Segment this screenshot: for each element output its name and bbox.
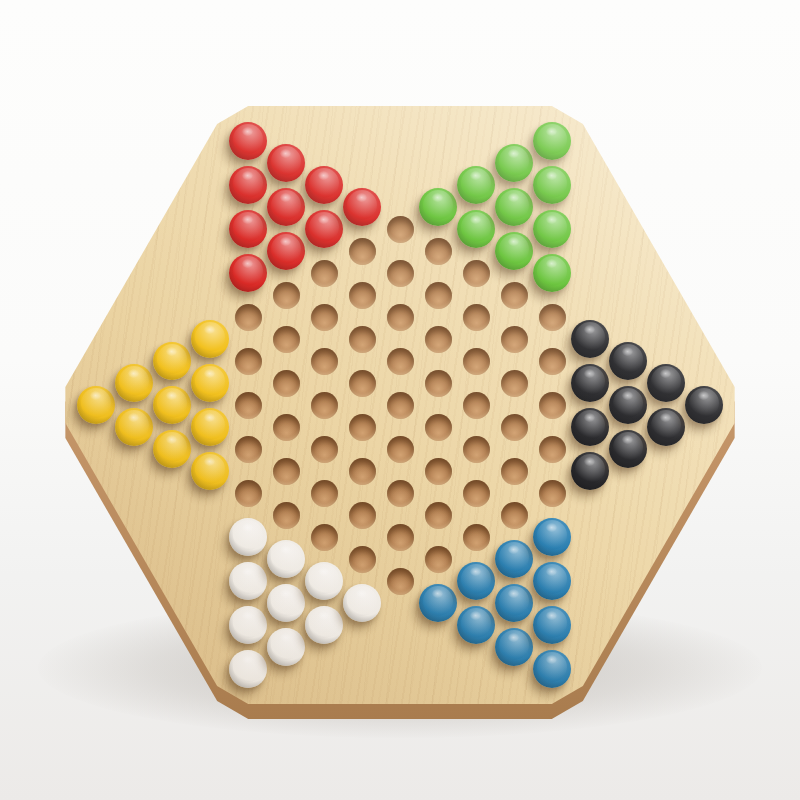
peg-blue[interactable] [495,584,533,622]
peg-head [575,366,605,396]
peg-yellow[interactable] [191,452,229,490]
board-hole-c4-r5[interactable] [235,348,262,375]
peg-head [233,652,263,682]
peg-green[interactable] [495,232,533,270]
peg-red[interactable] [267,188,305,226]
peg-head [195,454,225,484]
board-hole-c5-r6[interactable] [273,414,300,441]
peg-head [461,564,491,594]
peg-head [423,586,453,616]
peg-white[interactable] [305,606,343,644]
board-hole-c12-r5[interactable] [539,348,566,375]
peg-head [499,630,529,660]
board-hole-c8-r5[interactable] [387,436,414,463]
peg-black[interactable] [571,408,609,446]
peg-head [537,652,567,682]
board-hole-c6-r3[interactable] [311,304,338,331]
peg-black[interactable] [571,452,609,490]
board-hole-c7-r4[interactable] [349,370,376,397]
board-hole-c11-r5[interactable] [501,370,528,397]
peg-head [309,168,339,198]
board-hole-c12-r8[interactable] [539,480,566,507]
peg-head [613,388,643,418]
peg-green[interactable] [457,210,495,248]
peg-head [233,608,263,638]
board-hole-c9-r5[interactable] [425,414,452,441]
peg-head [271,234,301,264]
peg-head [271,146,301,176]
peg-black[interactable] [685,386,723,424]
peg-head [651,410,681,440]
peg-head [309,608,339,638]
peg-green[interactable] [419,188,457,226]
board-hole-c12-r7[interactable] [539,436,566,463]
peg-red[interactable] [343,188,381,226]
peg-head [499,542,529,572]
board-hole-c10-r5[interactable] [463,392,490,419]
peg-red[interactable] [229,254,267,292]
board-hole-c9-r1[interactable] [425,238,452,265]
peg-head [233,212,263,242]
peg-black[interactable] [571,320,609,358]
board-hole-c5-r5[interactable] [273,370,300,397]
peg-red[interactable] [229,122,267,160]
peg-head [119,410,149,440]
peg-blue[interactable] [419,584,457,622]
peg-head [271,190,301,220]
board-hole-c4-r4[interactable] [235,304,262,331]
board-hole-c8-r6[interactable] [387,480,414,507]
peg-black[interactable] [647,408,685,446]
board-hole-c4-r8[interactable] [235,480,262,507]
board-hole-c7-r7[interactable] [349,502,376,529]
board-hole-c12-r4[interactable] [539,304,566,331]
peg-white[interactable] [267,628,305,666]
peg-head [347,190,377,220]
peg-head [537,256,567,286]
peg-yellow[interactable] [153,342,191,380]
peg-head [575,322,605,352]
board-hole-c8-r4[interactable] [387,392,414,419]
board-hole-c9-r7[interactable] [425,502,452,529]
peg-head [499,146,529,176]
board-hole-c5-r8[interactable] [273,502,300,529]
board-hole-c10-r3[interactable] [463,304,490,331]
board-hole-c9-r8[interactable] [425,546,452,573]
peg-head [233,168,263,198]
peg-head [499,190,529,220]
board-hole-c8-r3[interactable] [387,348,414,375]
peg-yellow[interactable] [115,364,153,402]
peg-head [157,432,187,462]
board-hole-c5-r3[interactable] [273,282,300,309]
board-hole-c8-r8[interactable] [387,568,414,595]
board-hole-c7-r3[interactable] [349,326,376,353]
peg-head [423,190,453,220]
peg-red[interactable] [229,166,267,204]
peg-green[interactable] [495,144,533,182]
peg-blue[interactable] [533,606,571,644]
peg-head [233,520,263,550]
peg-head [195,410,225,440]
peg-head [499,234,529,264]
board-hole-c10-r6[interactable] [463,436,490,463]
peg-head [347,586,377,616]
board-hole-c4-r7[interactable] [235,436,262,463]
board-hole-c9-r4[interactable] [425,370,452,397]
peg-red[interactable] [267,232,305,270]
board-hole-c11-r7[interactable] [501,458,528,485]
board-hole-c10-r2[interactable] [463,260,490,287]
peg-red[interactable] [305,210,343,248]
peg-head [537,168,567,198]
peg-white[interactable] [229,606,267,644]
peg-head [537,564,567,594]
peg-black[interactable] [609,386,647,424]
peg-black[interactable] [609,342,647,380]
peg-black[interactable] [571,364,609,402]
board-hole-c6-r4[interactable] [311,348,338,375]
peg-green[interactable] [457,166,495,204]
peg-white[interactable] [229,518,267,556]
peg-head [195,322,225,352]
board-hole-c8-r1[interactable] [387,260,414,287]
peg-white[interactable] [267,540,305,578]
peg-green[interactable] [533,122,571,160]
board-hole-c4-r6[interactable] [235,392,262,419]
peg-head [689,388,719,418]
peg-head [81,388,111,418]
peg-head [575,454,605,484]
board-hole-c12-r6[interactable] [539,392,566,419]
board-hole-c8-r7[interactable] [387,524,414,551]
peg-white[interactable] [343,584,381,622]
scene [0,0,800,800]
peg-yellow[interactable] [153,386,191,424]
peg-yellow[interactable] [153,430,191,468]
board-hole-c7-r2[interactable] [349,282,376,309]
peg-blue[interactable] [533,650,571,688]
board-hole-c6-r2[interactable] [311,260,338,287]
peg-head [233,256,263,286]
peg-blue[interactable] [495,628,533,666]
peg-head [157,344,187,374]
board-hole-c7-r8[interactable] [349,546,376,573]
peg-head [613,344,643,374]
peg-head [537,124,567,154]
board-hole-c9-r2[interactable] [425,282,452,309]
peg-green[interactable] [533,210,571,248]
board-hole-c11-r8[interactable] [501,502,528,529]
board-hole-c11-r6[interactable] [501,414,528,441]
peg-yellow[interactable] [77,386,115,424]
peg-blue[interactable] [495,540,533,578]
peg-yellow[interactable] [115,408,153,446]
peg-head [195,366,225,396]
peg-head [537,212,567,242]
board-hole-c10-r8[interactable] [463,524,490,551]
peg-red[interactable] [305,166,343,204]
peg-white[interactable] [229,650,267,688]
peg-head [613,432,643,462]
board-hole-c6-r8[interactable] [311,524,338,551]
peg-black[interactable] [647,364,685,402]
board-hole-c7-r5[interactable] [349,414,376,441]
board-hole-c5-r7[interactable] [273,458,300,485]
peg-green[interactable] [533,166,571,204]
peg-head [461,212,491,242]
peg-head [271,586,301,616]
board-hole-c6-r5[interactable] [311,392,338,419]
peg-yellow[interactable] [191,408,229,446]
board-hole-c5-r4[interactable] [273,326,300,353]
board-hole-c6-r7[interactable] [311,480,338,507]
peg-white[interactable] [305,562,343,600]
peg-head [461,608,491,638]
board-hole-c6-r6[interactable] [311,436,338,463]
peg-head [537,520,567,550]
board-hole-c8-r2[interactable] [387,304,414,331]
peg-white[interactable] [229,562,267,600]
peg-green[interactable] [495,188,533,226]
peg-blue[interactable] [533,518,571,556]
peg-white[interactable] [267,584,305,622]
peg-head [271,542,301,572]
chinese-checkers-board [55,106,745,704]
peg-red[interactable] [229,210,267,248]
peg-head [119,366,149,396]
peg-head [309,564,339,594]
peg-head [461,168,491,198]
peg-head [233,124,263,154]
board-hole-c7-r1[interactable] [349,238,376,265]
board-hole-c10-r7[interactable] [463,480,490,507]
peg-head [537,608,567,638]
board-hole-c9-r6[interactable] [425,458,452,485]
peg-blue[interactable] [533,562,571,600]
peg-blue[interactable] [457,562,495,600]
peg-head [309,212,339,242]
board-hole-c10-r4[interactable] [463,348,490,375]
peg-head [157,388,187,418]
peg-yellow[interactable] [191,364,229,402]
board-hole-c7-r6[interactable] [349,458,376,485]
peg-green[interactable] [533,254,571,292]
peg-head [233,564,263,594]
peg-blue[interactable] [457,606,495,644]
peg-red[interactable] [267,144,305,182]
peg-head [575,410,605,440]
peg-black[interactable] [609,430,647,468]
peg-head [271,630,301,660]
peg-yellow[interactable] [191,320,229,358]
board-hole-c11-r4[interactable] [501,326,528,353]
peg-head [499,586,529,616]
board-hole-c9-r3[interactable] [425,326,452,353]
board-hole-c8-r0[interactable] [387,216,414,243]
board-hole-c11-r3[interactable] [501,282,528,309]
peg-head [651,366,681,396]
